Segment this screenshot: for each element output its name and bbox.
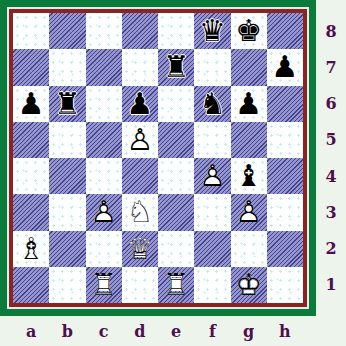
white-queen-icon: ♕ <box>126 231 153 266</box>
square-a5[interactable] <box>13 122 49 158</box>
chess-board: ♛♚♜♟♟♜♟♞♟♟♙♟♙♝♟♙♞♘♟♙♝♗♛♕♜♖♜♖♚♔ <box>13 13 303 303</box>
square-e4[interactable] <box>158 158 194 194</box>
square-a6[interactable]: ♟ <box>13 86 49 122</box>
file-label-g: g <box>231 316 267 346</box>
square-d5[interactable]: ♟♙ <box>122 122 158 158</box>
square-c3[interactable]: ♟♙ <box>86 194 122 230</box>
square-b1[interactable] <box>49 267 85 303</box>
square-c2[interactable] <box>86 231 122 267</box>
rank-label-4: 4 <box>316 158 346 194</box>
black-pawn-piece: ♟ <box>271 52 298 82</box>
square-a1[interactable] <box>13 267 49 303</box>
file-label-c: c <box>86 316 122 346</box>
black-rook-piece: ♜ <box>54 89 81 119</box>
square-f5[interactable] <box>194 122 230 158</box>
square-a4[interactable] <box>13 158 49 194</box>
square-c8[interactable] <box>86 13 122 49</box>
square-e5[interactable] <box>158 122 194 158</box>
rank-label-1: 1 <box>316 267 346 303</box>
rank-label-3: 3 <box>316 194 346 230</box>
square-c4[interactable] <box>86 158 122 194</box>
square-h3[interactable] <box>267 194 303 230</box>
file-label-d: d <box>122 316 158 346</box>
square-c5[interactable] <box>86 122 122 158</box>
square-g3[interactable]: ♟♙ <box>231 194 267 230</box>
square-b3[interactable] <box>49 194 85 230</box>
square-f1[interactable] <box>194 267 230 303</box>
square-e3[interactable] <box>158 194 194 230</box>
square-f2[interactable] <box>194 231 230 267</box>
black-rook-piece: ♜ <box>163 52 190 82</box>
square-b5[interactable] <box>49 122 85 158</box>
board-frame: ♛♚♜♟♟♜♟♞♟♟♙♟♙♝♟♙♞♘♟♙♝♗♛♕♜♖♜♖♚♔ <box>0 0 316 316</box>
square-g8[interactable]: ♚ <box>231 13 267 49</box>
black-pawn-piece: ♟ <box>235 89 262 119</box>
white-rook-icon: ♖ <box>90 267 117 302</box>
square-d1[interactable] <box>122 267 158 303</box>
rank-label-6: 6 <box>316 86 346 122</box>
white-queen-piece: ♛♕ <box>126 234 153 264</box>
white-rook-piece: ♜♖ <box>163 270 190 300</box>
file-labels: abcdefgh <box>13 316 303 346</box>
square-h1[interactable] <box>267 267 303 303</box>
square-d4[interactable] <box>122 158 158 194</box>
square-g5[interactable] <box>231 122 267 158</box>
white-pawn-icon: ♙ <box>126 122 153 157</box>
square-d3[interactable]: ♞♘ <box>122 194 158 230</box>
square-e8[interactable] <box>158 13 194 49</box>
square-d8[interactable] <box>122 13 158 49</box>
square-g7[interactable] <box>231 49 267 85</box>
square-h8[interactable] <box>267 13 303 49</box>
square-b8[interactable] <box>49 13 85 49</box>
white-rook-icon: ♖ <box>163 267 190 302</box>
square-b2[interactable] <box>49 231 85 267</box>
rank-label-7: 7 <box>316 49 346 85</box>
square-h7[interactable]: ♟ <box>267 49 303 85</box>
square-c7[interactable] <box>86 49 122 85</box>
square-b6[interactable]: ♜ <box>49 86 85 122</box>
black-knight-piece: ♞ <box>199 89 226 119</box>
square-h6[interactable] <box>267 86 303 122</box>
square-f4[interactable]: ♟♙ <box>194 158 230 194</box>
square-g6[interactable]: ♟ <box>231 86 267 122</box>
black-bishop-piece: ♝ <box>235 161 262 191</box>
white-bishop-icon: ♗ <box>18 231 45 266</box>
white-pawn-icon: ♙ <box>199 158 226 193</box>
square-d2[interactable]: ♛♕ <box>122 231 158 267</box>
square-f7[interactable] <box>194 49 230 85</box>
white-pawn-piece: ♟♙ <box>235 197 262 227</box>
white-pawn-piece: ♟♙ <box>126 125 153 155</box>
white-knight-icon: ♘ <box>126 194 153 229</box>
square-c1[interactable]: ♜♖ <box>86 267 122 303</box>
black-pawn-piece: ♟ <box>126 89 153 119</box>
square-a8[interactable] <box>13 13 49 49</box>
square-f6[interactable]: ♞ <box>194 86 230 122</box>
file-label-h: h <box>267 316 303 346</box>
square-f8[interactable]: ♛ <box>194 13 230 49</box>
black-queen-piece: ♛ <box>199 16 226 46</box>
white-pawn-piece: ♟♙ <box>90 197 117 227</box>
frame-light-strip: ♛♚♜♟♟♜♟♞♟♟♙♟♙♝♟♙♞♘♟♙♝♗♛♕♜♖♜♖♚♔ <box>7 7 309 309</box>
rank-label-5: 5 <box>316 122 346 158</box>
square-d6[interactable]: ♟ <box>122 86 158 122</box>
square-d7[interactable] <box>122 49 158 85</box>
square-g4[interactable]: ♝ <box>231 158 267 194</box>
white-bishop-piece: ♝♗ <box>18 234 45 264</box>
square-e2[interactable] <box>158 231 194 267</box>
square-g2[interactable] <box>231 231 267 267</box>
square-a2[interactable]: ♝♗ <box>13 231 49 267</box>
white-king-icon: ♔ <box>235 267 262 302</box>
black-king-piece: ♚ <box>235 16 262 46</box>
white-king-piece: ♚♔ <box>235 270 262 300</box>
white-pawn-piece: ♟♙ <box>199 161 226 191</box>
file-label-b: b <box>49 316 85 346</box>
square-g1[interactable]: ♚♔ <box>231 267 267 303</box>
white-pawn-icon: ♙ <box>90 194 117 229</box>
square-h2[interactable] <box>267 231 303 267</box>
square-f3[interactable] <box>194 194 230 230</box>
frame-maroon-border: ♛♚♜♟♟♜♟♞♟♟♙♟♙♝♟♙♞♘♟♙♝♗♛♕♜♖♜♖♚♔ <box>9 9 307 307</box>
square-b4[interactable] <box>49 158 85 194</box>
white-pawn-icon: ♙ <box>235 194 262 229</box>
square-c6[interactable] <box>86 86 122 122</box>
white-rook-piece: ♜♖ <box>90 270 117 300</box>
square-a7[interactable] <box>13 49 49 85</box>
file-label-a: a <box>13 316 49 346</box>
square-h4[interactable] <box>267 158 303 194</box>
square-a3[interactable] <box>13 194 49 230</box>
white-knight-piece: ♞♘ <box>126 197 153 227</box>
square-e7[interactable]: ♜ <box>158 49 194 85</box>
square-e1[interactable]: ♜♖ <box>158 267 194 303</box>
file-label-f: f <box>194 316 230 346</box>
square-h5[interactable] <box>267 122 303 158</box>
rank-label-8: 8 <box>316 13 346 49</box>
black-pawn-piece: ♟ <box>18 89 45 119</box>
rank-labels: 87654321 <box>316 13 346 303</box>
square-e6[interactable] <box>158 86 194 122</box>
rank-label-2: 2 <box>316 231 346 267</box>
square-b7[interactable] <box>49 49 85 85</box>
file-label-e: e <box>158 316 194 346</box>
